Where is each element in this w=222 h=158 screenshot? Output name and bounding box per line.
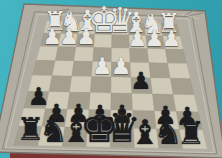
square-a4[interactable]: [168, 63, 190, 79]
black-rook[interactable]: ♜: [16, 114, 44, 146]
white-pawn[interactable]: ♟: [111, 55, 132, 78]
square-f5[interactable]: [70, 76, 92, 92]
square-a5[interactable]: [170, 78, 194, 95]
square-g4[interactable]: [52, 61, 74, 76]
white-pawn[interactable]: ♟: [145, 28, 164, 50]
square-b5[interactable]: [151, 78, 174, 95]
square-b4[interactable]: [149, 63, 170, 79]
square-e5[interactable]: [90, 77, 111, 94]
white-pawn[interactable]: ♟: [162, 28, 181, 50]
square-f4[interactable]: [72, 61, 93, 77]
square-d5[interactable]: [111, 77, 132, 94]
white-pawn[interactable]: ♟: [92, 54, 113, 77]
black-pawn[interactable]: ♟: [130, 70, 151, 94]
square-h4[interactable]: [33, 60, 56, 75]
white-pawn[interactable]: ♟: [128, 28, 147, 50]
white-pawn[interactable]: ♟: [43, 26, 62, 48]
square-g5[interactable]: [49, 76, 72, 93]
desktop-background: ♜♞♝♛♚♝♞♜♟♟♟♟♟♟♟♟♟♟♟♟♟♟♟♟♜♞♝♛♚♝♞♜: [0, 0, 222, 158]
white-pawn[interactable]: ♟: [77, 26, 96, 48]
white-pawn[interactable]: ♟: [60, 26, 79, 48]
